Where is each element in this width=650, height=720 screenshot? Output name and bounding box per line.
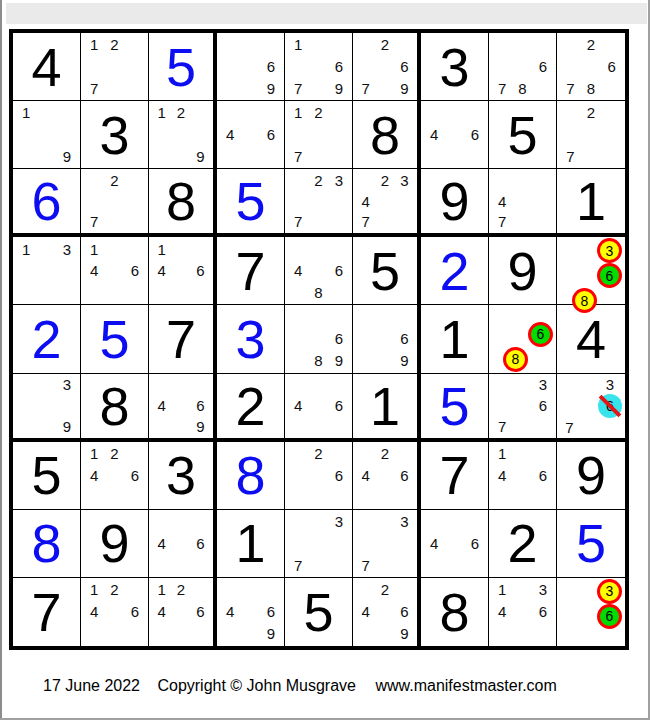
cell-r3c6[interactable]: 2347 xyxy=(353,169,421,237)
solved-digit-black: 9 xyxy=(507,244,537,298)
top-band xyxy=(6,3,647,24)
candidate-slot xyxy=(356,623,375,645)
candidate-pencil-mark: 6 xyxy=(335,398,343,413)
candidate-slot xyxy=(356,34,375,56)
cell-r6c6[interactable]: 1 xyxy=(353,374,421,442)
candidate-slot xyxy=(125,282,145,304)
candidate-grid: 368 xyxy=(557,237,625,304)
candidate-slot: 7 xyxy=(288,77,308,99)
candidate-slot: 2 xyxy=(581,102,602,124)
candidate-slot xyxy=(492,56,512,78)
cell-r4c4[interactable]: 7 xyxy=(217,237,285,305)
candidate-slot xyxy=(601,124,622,146)
candidate-slot xyxy=(560,102,581,124)
candidate-slot xyxy=(57,395,77,416)
candidate-slot: 8 xyxy=(308,350,328,372)
candidate-slot xyxy=(16,124,36,146)
candidate-slot xyxy=(171,395,190,416)
candidate-slot: 1 xyxy=(84,34,104,56)
candidate-slot: 6 xyxy=(329,56,349,78)
candidate-slot xyxy=(308,511,328,533)
candidate-slot xyxy=(533,623,553,645)
candidate-slot xyxy=(220,34,240,56)
cell-r3c1[interactable]: 6 xyxy=(13,169,81,237)
candidate-slot xyxy=(444,532,464,554)
cell-r7c2[interactable]: 1246 xyxy=(81,442,149,510)
candidate-grid: 46 xyxy=(285,374,352,438)
cell-r6c4[interactable]: 2 xyxy=(217,374,285,442)
candidate-slot xyxy=(125,238,145,260)
candidate-slot: 2 xyxy=(375,579,394,601)
candidate-slot: 9 xyxy=(329,350,349,372)
candidate-slot xyxy=(36,375,56,396)
candidate-slot xyxy=(104,260,124,282)
candidate-slot xyxy=(104,282,124,304)
candidate-slot xyxy=(560,124,581,146)
candidate-grid: 468 xyxy=(285,237,352,304)
candidate-pencil-mark: 6 xyxy=(335,263,343,278)
solved-digit-black: 1 xyxy=(235,516,265,570)
candidate-slot xyxy=(288,238,308,260)
candidate-pencil-mark: 7 xyxy=(294,81,302,96)
cell-r3c4[interactable]: 5 xyxy=(217,169,285,237)
cell-r7c7[interactable]: 7 xyxy=(421,442,489,510)
candidate-grid: 46 xyxy=(421,510,488,577)
cell-r1c3[interactable]: 5 xyxy=(149,33,217,101)
candidate-pencil-mark: 8 xyxy=(314,285,322,300)
cell-r7c4[interactable]: 8 xyxy=(217,442,285,510)
candidate-slot xyxy=(84,282,104,304)
candidate-slot: 4 xyxy=(220,601,240,623)
cell-r1c2[interactable]: 127 xyxy=(81,33,149,101)
cell-r4c8[interactable]: 9 xyxy=(489,237,557,305)
candidate-slot xyxy=(329,375,349,396)
candidate-pencil-mark: 3 xyxy=(335,173,343,188)
candidate-slot xyxy=(152,124,171,146)
candidate-slot xyxy=(240,124,260,146)
candidate-slot: 9 xyxy=(395,623,414,645)
cell-r2c9[interactable]: 27 xyxy=(557,101,625,169)
candidate-slot xyxy=(579,604,598,629)
candidate-slot: 3 xyxy=(395,170,414,191)
candidate-slot xyxy=(171,511,190,533)
cell-r9c9[interactable]: 36 xyxy=(557,578,625,646)
candidate-slot xyxy=(240,579,260,601)
candidate-slot: 4 xyxy=(492,191,512,212)
candidate-pencil-mark: 9 xyxy=(400,81,408,96)
candidate-grid: 46 xyxy=(217,101,284,168)
cell-r5c3[interactable]: 7 xyxy=(149,305,217,373)
candidate-grid: 469 xyxy=(149,374,213,438)
candidate-pencil-mark: 3 xyxy=(400,173,408,188)
candidate-pencil-mark: 4 xyxy=(294,398,302,413)
candidate-slot: 2 xyxy=(581,34,602,56)
candidate-pencil-mark: 6 xyxy=(335,59,343,74)
candidate-slot: 6 xyxy=(191,395,210,416)
candidate-slot xyxy=(579,418,598,437)
candidate-pencil-mark: 6 xyxy=(131,604,139,619)
candidate-slot xyxy=(356,350,375,372)
candidate-slot xyxy=(329,212,349,233)
candidate-grid: 46 xyxy=(421,101,488,168)
candidate-slot: 2 xyxy=(104,34,124,56)
candidate-slot xyxy=(444,554,464,576)
solved-digit-black: 4 xyxy=(31,40,61,94)
cell-r2c7[interactable]: 46 xyxy=(421,101,489,169)
cell-r8c3[interactable]: 46 xyxy=(149,510,217,578)
solved-digit-black: 2 xyxy=(507,516,537,570)
candidate-pencil-mark: 4 xyxy=(157,398,165,413)
candidate-slot xyxy=(424,102,444,124)
cell-r1c6[interactable]: 2679 xyxy=(353,33,421,101)
cell-r5c5[interactable]: 689 xyxy=(285,305,353,373)
cell-r6c8[interactable]: 367 xyxy=(489,374,557,442)
candidate-pencil-mark: 4 xyxy=(294,263,302,278)
cell-r6c2[interactable]: 8 xyxy=(81,374,149,442)
cell-r7c6[interactable]: 246 xyxy=(353,442,421,510)
cell-r1c4[interactable]: 69 xyxy=(217,33,285,101)
candidate-pencil-mark: 9 xyxy=(400,626,408,641)
cell-r7c9[interactable]: 9 xyxy=(557,442,625,510)
cell-r5c9[interactable]: 4 xyxy=(557,305,625,373)
candidate-slot: 6 xyxy=(191,260,210,282)
candidate-slot: 6 xyxy=(329,464,349,486)
cell-r3c9[interactable]: 1 xyxy=(557,169,625,237)
cell-r9c1[interactable]: 7 xyxy=(13,578,81,646)
candidate-slot xyxy=(395,486,414,508)
solved-digit-blue: 5 xyxy=(576,516,606,570)
cell-r6c7[interactable]: 5 xyxy=(421,374,489,442)
candidate-grid: 367 xyxy=(489,374,556,438)
candidate-pencil-mark: 9 xyxy=(335,353,343,368)
candidate-slot: 1 xyxy=(492,443,512,465)
solved-digit-blue: 2 xyxy=(439,244,469,298)
cell-r2c1[interactable]: 19 xyxy=(13,101,81,169)
cell-r5c1[interactable]: 2 xyxy=(13,305,81,373)
candidate-slot xyxy=(125,579,145,601)
cell-r2c5[interactable]: 127 xyxy=(285,101,353,169)
cell-r4c3[interactable]: 146 xyxy=(149,237,217,305)
candidate-slot xyxy=(395,306,414,328)
cell-r8c6[interactable]: 37 xyxy=(353,510,421,578)
candidate-pencil-mark: 4 xyxy=(361,604,369,619)
candidate-slot: 1 xyxy=(16,238,36,260)
candidate-slot xyxy=(598,418,622,437)
cell-r7c5[interactable]: 26 xyxy=(285,442,353,510)
solved-digit-blue: 8 xyxy=(235,448,265,502)
candidate-slot xyxy=(329,124,349,146)
candidate-pencil-mark: 4 xyxy=(361,194,369,209)
candidate-slot: 7 xyxy=(356,554,375,576)
candidate-slot xyxy=(220,623,240,645)
cell-r4c6[interactable]: 5 xyxy=(353,237,421,305)
cell-r6c1[interactable]: 39 xyxy=(13,374,81,442)
candidate-slot: 7 xyxy=(84,77,104,99)
cell-r1c1[interactable]: 4 xyxy=(13,33,81,101)
candidate-slot: 4 xyxy=(356,191,375,212)
candidate-slot xyxy=(261,34,281,56)
cell-r1c9[interactable]: 2678 xyxy=(557,33,625,101)
cell-r4c2[interactable]: 146 xyxy=(81,237,149,305)
candidate-slot xyxy=(16,375,36,396)
candidate-slot xyxy=(581,146,602,168)
candidate-pencil-mark: 3 xyxy=(335,514,343,529)
candidate-slot: 4 xyxy=(288,395,308,416)
cell-r8c8[interactable]: 2 xyxy=(489,510,557,578)
cell-r5c8[interactable]: 68 xyxy=(489,305,557,373)
candidate-slot: 9 xyxy=(395,77,414,99)
cell-r2c4[interactable]: 46 xyxy=(217,101,285,169)
cell-r9c4[interactable]: 469 xyxy=(217,578,285,646)
candidate-slot xyxy=(533,191,553,212)
candidate-grid: 129 xyxy=(149,101,213,168)
cell-r4c5[interactable]: 468 xyxy=(285,237,353,305)
candidate-pencil-mark: 2 xyxy=(110,582,118,597)
candidate-pencil-mark: 4 xyxy=(90,263,98,278)
candidate-slot xyxy=(16,146,36,168)
candidate-grid: 37 xyxy=(285,510,352,577)
cell-r2c3[interactable]: 129 xyxy=(149,101,217,169)
candidate-slot xyxy=(375,77,394,99)
cell-r1c7[interactable]: 3 xyxy=(421,33,489,101)
candidate-slot: 6 xyxy=(125,464,145,486)
candidate-slot xyxy=(125,486,145,508)
candidate-slot xyxy=(424,511,444,533)
candidate-slot xyxy=(104,191,124,212)
candidate-slot xyxy=(36,124,56,146)
candidate-slot: 6 xyxy=(597,263,622,288)
candidate-slot: 4 xyxy=(492,464,512,486)
candidate-pencil-mark: 4 xyxy=(157,263,165,278)
candidate-pencil-mark: 3 xyxy=(63,377,71,392)
candidate-pencil-mark: 9 xyxy=(196,419,204,434)
candidate-slot: 7 xyxy=(492,212,512,233)
solved-digit-black: 7 xyxy=(235,244,265,298)
candidate-slot: 6 xyxy=(261,601,281,623)
candidate-pencil-mark: 2 xyxy=(110,173,118,188)
candidate-pencil-mark: 4 xyxy=(226,604,234,619)
candidate-slot xyxy=(512,191,532,212)
candidate-slot xyxy=(492,486,512,508)
cell-r9c7[interactable]: 8 xyxy=(421,578,489,646)
candidate-slot xyxy=(308,532,328,554)
candidate-slot xyxy=(579,375,598,394)
candidate-slot xyxy=(444,102,464,124)
cell-r7c1[interactable]: 5 xyxy=(13,442,81,510)
cell-r2c6[interactable]: 8 xyxy=(353,101,421,169)
candidate-slot xyxy=(171,375,190,396)
cell-r8c7[interactable]: 46 xyxy=(421,510,489,578)
candidate-slot xyxy=(329,554,349,576)
candidate-slot xyxy=(329,191,349,212)
cell-r3c3[interactable]: 8 xyxy=(149,169,217,237)
cell-r4c1[interactable]: 13 xyxy=(13,237,81,305)
cell-r6c9[interactable]: 367 xyxy=(557,374,625,442)
candidate-slot: 4 xyxy=(424,532,444,554)
candidate-slot xyxy=(16,260,36,282)
cell-r9c5[interactable]: 5 xyxy=(285,578,353,646)
candidate-slot xyxy=(581,56,602,78)
cell-r8c2[interactable]: 9 xyxy=(81,510,149,578)
candidate-slot: 6 xyxy=(533,395,553,416)
candidate-slot xyxy=(560,629,579,645)
candidate-pencil-mark: 4 xyxy=(226,127,234,142)
candidate-grid: 1246 xyxy=(81,578,148,646)
candidate-slot xyxy=(308,124,328,146)
candidate-grid: 27 xyxy=(81,169,148,233)
candidate-pencil-mark: 7 xyxy=(361,558,369,573)
cell-r4c7[interactable]: 2 xyxy=(421,237,489,305)
cell-r2c2[interactable]: 3 xyxy=(81,101,149,169)
cell-r3c2[interactable]: 27 xyxy=(81,169,149,237)
candidate-slot: 1 xyxy=(288,102,308,124)
cell-r8c9[interactable]: 5 xyxy=(557,510,625,578)
candidate-slot: 7 xyxy=(84,212,104,233)
candidate-slot xyxy=(375,532,394,554)
candidate-pencil-mark: 4 xyxy=(498,604,506,619)
candidate-slot xyxy=(356,56,375,78)
cell-r3c5[interactable]: 237 xyxy=(285,169,353,237)
candidate-pencil-mark: 2 xyxy=(381,173,389,188)
cell-r8c4[interactable]: 1 xyxy=(217,510,285,578)
candidate-pencil-mark: 9 xyxy=(267,626,275,641)
candidate-grid: 146 xyxy=(489,442,556,509)
candidate-pencil-mark: 1 xyxy=(90,582,98,597)
candidate-pencil-mark: 6 xyxy=(267,127,275,142)
candidate-slot xyxy=(261,102,281,124)
candidate-slot xyxy=(308,146,328,168)
cell-r5c2[interactable]: 5 xyxy=(81,305,149,373)
candidate-slot xyxy=(512,464,532,486)
cell-r5c6[interactable]: 69 xyxy=(353,305,421,373)
candidate-slot xyxy=(261,579,281,601)
solved-digit-blue: 5 xyxy=(235,174,265,228)
candidate-grid: 127 xyxy=(81,33,148,100)
candidate-slot xyxy=(191,375,210,396)
cell-r7c8[interactable]: 146 xyxy=(489,442,557,510)
candidate-pencil-mark: 6 xyxy=(267,604,275,619)
candidate-grid: 47 xyxy=(489,169,556,233)
solved-digit-black: 3 xyxy=(439,40,469,94)
candidate-slot xyxy=(171,532,190,554)
candidate-pencil-mark: 1 xyxy=(157,242,165,257)
cell-r3c7[interactable]: 9 xyxy=(421,169,489,237)
candidate-slot: 3 xyxy=(57,375,77,396)
candidate-slot xyxy=(356,511,375,533)
candidate-slot xyxy=(579,579,598,604)
candidate-slot: 6 xyxy=(125,260,145,282)
candidate-pencil-mark: 6 xyxy=(471,127,479,142)
candidate-slot: 3 xyxy=(395,511,414,533)
candidate-slot xyxy=(171,282,190,304)
candidate-slot: 1 xyxy=(152,102,171,124)
candidate-pencil-mark: 9 xyxy=(400,353,408,368)
candidate-slot xyxy=(533,77,553,99)
cell-r2c8[interactable]: 5 xyxy=(489,101,557,169)
candidate-slot xyxy=(308,56,328,78)
candidate-slot xyxy=(125,170,145,191)
cell-r6c5[interactable]: 46 xyxy=(285,374,353,442)
cell-r8c1[interactable]: 8 xyxy=(13,510,81,578)
candidate-slot: 6 xyxy=(533,56,553,78)
cell-r7c3[interactable]: 3 xyxy=(149,442,217,510)
cell-r9c8[interactable]: 1346 xyxy=(489,578,557,646)
candidate-grid: 146 xyxy=(81,237,148,304)
candidate-slot xyxy=(572,238,597,263)
candidate-pencil-mark: 7 xyxy=(565,420,573,435)
candidate-pencil-mark: 6 xyxy=(335,468,343,483)
solved-digit-black: 5 xyxy=(31,448,61,502)
solved-digit-black: 9 xyxy=(576,448,606,502)
cell-r9c6[interactable]: 2469 xyxy=(353,578,421,646)
candidate-slot xyxy=(329,416,349,437)
cell-r5c4[interactable]: 3 xyxy=(217,305,285,373)
cell-r1c8[interactable]: 678 xyxy=(489,33,557,101)
candidate-slot xyxy=(288,282,308,304)
candidate-slot xyxy=(579,629,598,645)
candidate-slot xyxy=(171,146,190,168)
candidate-grid: 26 xyxy=(285,442,352,509)
candidate-pencil-mark: 1 xyxy=(157,105,165,120)
candidate-grid: 2469 xyxy=(353,578,417,646)
candidate-slot xyxy=(84,623,104,645)
candidate-slot: 9 xyxy=(57,146,77,168)
candidate-pencil-mark: 7 xyxy=(294,558,302,573)
candidate-slot xyxy=(171,416,190,437)
cell-r3c8[interactable]: 47 xyxy=(489,169,557,237)
candidate-pencil-mark: 1 xyxy=(157,582,165,597)
candidate-slot xyxy=(220,77,240,99)
cell-r8c5[interactable]: 37 xyxy=(285,510,353,578)
cell-r9c2[interactable]: 1246 xyxy=(81,578,149,646)
candidate-slot xyxy=(512,395,532,416)
candidate-slot xyxy=(308,375,328,396)
candidate-slot xyxy=(104,601,124,623)
candidate-pencil-mark: 6 xyxy=(400,331,408,346)
cell-r1c5[interactable]: 1679 xyxy=(285,33,353,101)
candidate-slot xyxy=(125,443,145,465)
cell-r4c9[interactable]: 368 xyxy=(557,237,625,305)
candidate-slot xyxy=(512,416,532,437)
candidate-slot xyxy=(308,328,328,350)
candidate-pencil-mark: 7 xyxy=(498,214,506,229)
solved-digit-black: 8 xyxy=(370,108,400,162)
candidate-slot: 9 xyxy=(191,416,210,437)
candidate-slot: 2 xyxy=(308,170,328,191)
candidate-pencil-mark: 4 xyxy=(498,468,506,483)
candidate-slot: 3 xyxy=(533,375,553,396)
candidate-slot xyxy=(152,623,171,645)
cell-r5c7[interactable]: 1 xyxy=(421,305,489,373)
candidate-slot xyxy=(84,56,104,78)
candidate-pencil-mark: 4 xyxy=(498,194,506,209)
candidate-slot: 6 xyxy=(598,394,622,418)
candidate-slot xyxy=(125,56,145,78)
candidate-slot: 4 xyxy=(152,395,171,416)
cell-r6c3[interactable]: 469 xyxy=(149,374,217,442)
candidate-pencil-mark: 6 xyxy=(400,59,408,74)
candidate-slot xyxy=(560,56,581,78)
candidate-slot: 6 xyxy=(395,464,414,486)
candidate-slot xyxy=(84,191,104,212)
cell-r9c3[interactable]: 1246 xyxy=(149,578,217,646)
candidate-slot xyxy=(503,306,528,321)
candidate-slot: 7 xyxy=(560,418,579,437)
candidate-slot xyxy=(220,102,240,124)
candidate-slot xyxy=(395,554,414,576)
candidate-pencil-mark: 6 xyxy=(607,59,615,74)
candidate-pencil-mark: 6 xyxy=(267,59,275,74)
